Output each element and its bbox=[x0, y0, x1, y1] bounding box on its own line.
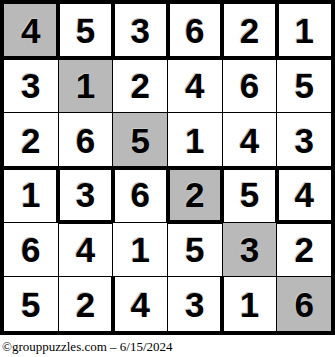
cell-r2c6: 5 bbox=[277, 59, 331, 113]
cell-r5c5: 3 bbox=[223, 223, 277, 277]
cell-r3c4: 1 bbox=[168, 113, 222, 167]
cell-r4c6: 4 bbox=[277, 168, 331, 222]
cell-r2c2: 1 bbox=[59, 59, 113, 113]
cell-r4c4: 2 bbox=[168, 168, 222, 222]
cell-r1c2: 5 bbox=[59, 4, 113, 58]
cell-r1c3: 3 bbox=[113, 4, 167, 58]
thick-grid-line bbox=[56, 167, 60, 223]
thick-grid-line bbox=[220, 4, 224, 59]
thick-grid-line bbox=[111, 4, 115, 59]
cell-r3c1: 2 bbox=[4, 113, 58, 167]
cell-r2c5: 6 bbox=[223, 59, 277, 113]
thick-grid-line bbox=[220, 277, 224, 332]
cell-r5c4: 5 bbox=[168, 223, 222, 277]
cell-r3c6: 3 bbox=[277, 113, 331, 167]
thick-grid-line bbox=[166, 4, 170, 59]
cell-r5c6: 2 bbox=[277, 223, 331, 277]
cell-r6c3: 4 bbox=[113, 277, 167, 331]
thick-grid-line bbox=[168, 220, 223, 224]
thick-grid-line bbox=[275, 4, 279, 59]
thick-grid-line bbox=[59, 220, 114, 224]
cell-r2c3: 2 bbox=[113, 59, 167, 113]
cell-r4c1: 1 bbox=[4, 168, 58, 222]
thick-grid-line bbox=[275, 167, 279, 223]
thick-grid-line bbox=[166, 167, 170, 223]
sudoku-board: 453621312465265143136254641532524316 bbox=[0, 0, 335, 335]
cell-r1c5: 2 bbox=[223, 4, 277, 58]
cell-r3c3: 5 bbox=[113, 113, 167, 167]
cell-r2c1: 3 bbox=[4, 59, 58, 113]
copyright-footer: ©grouppuzzles.com – 6/15/2024 bbox=[2, 339, 335, 355]
cell-r6c4: 3 bbox=[168, 277, 222, 331]
cell-r5c1: 6 bbox=[4, 223, 58, 277]
thick-grid-line bbox=[220, 167, 224, 223]
cell-r5c2: 4 bbox=[59, 223, 113, 277]
cell-r4c5: 5 bbox=[223, 168, 277, 222]
thick-grid-line bbox=[277, 220, 332, 224]
cell-r1c4: 6 bbox=[168, 4, 222, 58]
cell-r2c4: 4 bbox=[168, 59, 222, 113]
cell-r3c5: 4 bbox=[223, 113, 277, 167]
cell-r6c5: 1 bbox=[223, 277, 277, 331]
cell-r4c3: 6 bbox=[113, 168, 167, 222]
thick-grid-line bbox=[56, 4, 60, 59]
cell-r5c3: 1 bbox=[113, 223, 167, 277]
cell-r1c1: 4 bbox=[4, 4, 58, 58]
cell-r3c2: 6 bbox=[59, 113, 113, 167]
cell-r6c6: 6 bbox=[277, 277, 331, 331]
cell-r1c6: 1 bbox=[277, 4, 331, 58]
cell-r6c2: 2 bbox=[59, 277, 113, 331]
cell-r4c2: 3 bbox=[59, 168, 113, 222]
thick-grid-line bbox=[111, 167, 115, 223]
thick-grid-line bbox=[111, 277, 115, 332]
cell-r6c1: 5 bbox=[4, 277, 58, 331]
